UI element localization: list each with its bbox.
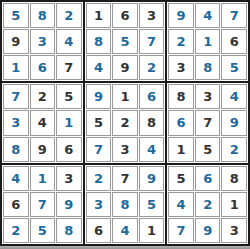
cell-r4c8[interactable]: 3 xyxy=(195,84,221,109)
sudoku-box-4: 725341896 xyxy=(2,83,83,162)
sudoku-box-9: 568421793 xyxy=(167,165,248,244)
cell-r4c4[interactable]: 9 xyxy=(86,84,112,109)
cell-r5c2[interactable]: 4 xyxy=(30,110,56,135)
cell-r2c3[interactable]: 4 xyxy=(56,29,82,54)
cell-r7c8[interactable]: 6 xyxy=(195,166,221,191)
cell-r3c1[interactable]: 1 xyxy=(3,55,29,80)
sudoku-box-2: 163857492 xyxy=(85,2,166,81)
cell-r2c8[interactable]: 1 xyxy=(195,29,221,54)
cell-r3c6[interactable]: 2 xyxy=(139,55,165,80)
cell-r7c2[interactable]: 1 xyxy=(30,166,56,191)
cell-r9c4[interactable]: 6 xyxy=(86,218,112,243)
cell-r3c5[interactable]: 9 xyxy=(112,55,138,80)
cell-r3c2[interactable]: 6 xyxy=(30,55,56,80)
cell-r1c7[interactable]: 9 xyxy=(168,3,194,28)
cell-r7c5[interactable]: 7 xyxy=(112,166,138,191)
cell-r2c1[interactable]: 9 xyxy=(3,29,29,54)
cell-r1c2[interactable]: 8 xyxy=(30,3,56,28)
cell-r8c6[interactable]: 5 xyxy=(139,192,165,217)
cell-r2c9[interactable]: 6 xyxy=(221,29,247,54)
cell-r5c6[interactable]: 8 xyxy=(139,110,165,135)
cell-r5c8[interactable]: 7 xyxy=(195,110,221,135)
cell-r3c9[interactable]: 5 xyxy=(221,55,247,80)
cell-r6c7[interactable]: 1 xyxy=(168,137,194,162)
sudoku-board: 582934167 163857492 947216385 725341896 … xyxy=(0,0,250,246)
cell-r1c9[interactable]: 7 xyxy=(221,3,247,28)
sudoku-box-7: 413679258 xyxy=(2,165,83,244)
cell-r4c6[interactable]: 6 xyxy=(139,84,165,109)
cell-r3c3[interactable]: 7 xyxy=(56,55,82,80)
cell-r1c1[interactable]: 5 xyxy=(3,3,29,28)
cell-r3c8[interactable]: 8 xyxy=(195,55,221,80)
cell-r1c6[interactable]: 3 xyxy=(139,3,165,28)
cell-r4c7[interactable]: 8 xyxy=(168,84,194,109)
cell-r8c3[interactable]: 9 xyxy=(56,192,82,217)
cell-r1c3[interactable]: 2 xyxy=(56,3,82,28)
cell-r2c4[interactable]: 8 xyxy=(86,29,112,54)
cell-r9c9[interactable]: 3 xyxy=(221,218,247,243)
cell-r1c5[interactable]: 6 xyxy=(112,3,138,28)
cell-r7c9[interactable]: 8 xyxy=(221,166,247,191)
cell-r4c5[interactable]: 1 xyxy=(112,84,138,109)
cell-r9c7[interactable]: 7 xyxy=(168,218,194,243)
cell-r8c4[interactable]: 3 xyxy=(86,192,112,217)
cell-r6c1[interactable]: 8 xyxy=(3,137,29,162)
cell-r1c8[interactable]: 4 xyxy=(195,3,221,28)
cell-r8c8[interactable]: 2 xyxy=(195,192,221,217)
cell-r7c1[interactable]: 4 xyxy=(3,166,29,191)
cell-r5c5[interactable]: 2 xyxy=(112,110,138,135)
cell-r6c2[interactable]: 9 xyxy=(30,137,56,162)
sudoku-box-5: 916528734 xyxy=(85,83,166,162)
cell-r8c2[interactable]: 7 xyxy=(30,192,56,217)
cell-r8c1[interactable]: 6 xyxy=(3,192,29,217)
cell-r7c7[interactable]: 5 xyxy=(168,166,194,191)
cell-r9c8[interactable]: 9 xyxy=(195,218,221,243)
cell-r6c4[interactable]: 7 xyxy=(86,137,112,162)
cell-r2c6[interactable]: 7 xyxy=(139,29,165,54)
cell-r5c7[interactable]: 6 xyxy=(168,110,194,135)
cell-r7c6[interactable]: 9 xyxy=(139,166,165,191)
sudoku-box-1: 582934167 xyxy=(2,2,83,81)
cell-r9c3[interactable]: 8 xyxy=(56,218,82,243)
cell-r9c2[interactable]: 5 xyxy=(30,218,56,243)
cell-r4c2[interactable]: 2 xyxy=(30,84,56,109)
cell-r6c8[interactable]: 5 xyxy=(195,137,221,162)
cell-r7c3[interactable]: 3 xyxy=(56,166,82,191)
cell-r5c3[interactable]: 1 xyxy=(56,110,82,135)
cell-r2c5[interactable]: 5 xyxy=(112,29,138,54)
cell-r8c9[interactable]: 1 xyxy=(221,192,247,217)
sudoku-box-3: 947216385 xyxy=(167,2,248,81)
cell-r2c2[interactable]: 3 xyxy=(30,29,56,54)
cell-r6c6[interactable]: 4 xyxy=(139,137,165,162)
cell-r1c4[interactable]: 1 xyxy=(86,3,112,28)
cell-r8c7[interactable]: 4 xyxy=(168,192,194,217)
cell-r6c9[interactable]: 2 xyxy=(221,137,247,162)
cell-r4c1[interactable]: 7 xyxy=(3,84,29,109)
cell-r5c4[interactable]: 5 xyxy=(86,110,112,135)
sudoku-box-6: 834679152 xyxy=(167,83,248,162)
cell-r5c1[interactable]: 3 xyxy=(3,110,29,135)
sudoku-box-8: 279385641 xyxy=(85,165,166,244)
cell-r3c4[interactable]: 4 xyxy=(86,55,112,80)
cell-r4c3[interactable]: 5 xyxy=(56,84,82,109)
cell-r8c5[interactable]: 8 xyxy=(112,192,138,217)
sudoku-app: 582934167 163857492 947216385 725341896 … xyxy=(0,0,250,249)
cell-r5c9[interactable]: 9 xyxy=(221,110,247,135)
cell-r2c7[interactable]: 2 xyxy=(168,29,194,54)
cell-r9c6[interactable]: 1 xyxy=(139,218,165,243)
cell-r9c5[interactable]: 4 xyxy=(112,218,138,243)
cell-r7c4[interactable]: 2 xyxy=(86,166,112,191)
cell-r9c1[interactable]: 2 xyxy=(3,218,29,243)
cell-r6c5[interactable]: 3 xyxy=(112,137,138,162)
cell-r3c7[interactable]: 3 xyxy=(168,55,194,80)
cell-r6c3[interactable]: 6 xyxy=(56,137,82,162)
cell-r4c9[interactable]: 4 xyxy=(221,84,247,109)
